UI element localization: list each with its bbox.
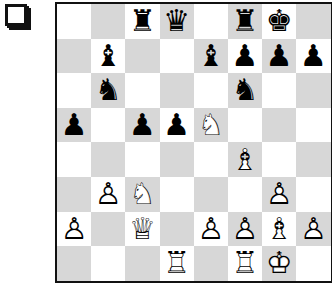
square-e6[interactable] (194, 73, 228, 108)
square-b1[interactable] (91, 246, 125, 281)
square-e7[interactable]: ♝ (194, 39, 228, 74)
piece-black-rook: ♜ (125, 4, 159, 39)
square-f5[interactable] (228, 108, 262, 143)
square-g5[interactable] (262, 108, 296, 143)
square-d7[interactable] (160, 39, 194, 74)
piece-black-pawn: ♟ (296, 39, 330, 74)
square-f3[interactable] (228, 177, 262, 212)
square-d2[interactable] (160, 212, 194, 247)
square-c5[interactable]: ♟ (125, 108, 159, 143)
square-f6[interactable]: ♞ (228, 73, 262, 108)
piece-black-rook: ♜ (228, 4, 262, 39)
square-e3[interactable] (194, 177, 228, 212)
square-b4[interactable] (91, 142, 125, 177)
square-a6[interactable] (57, 73, 91, 108)
square-g8[interactable]: ♚ (262, 4, 296, 39)
piece-black-pawn: ♟ (125, 108, 159, 143)
piece-black-bishop: ♝ (91, 39, 125, 74)
piece-white-bishop: ♝♗ (262, 212, 296, 247)
square-h4[interactable] (296, 142, 330, 177)
square-c4[interactable] (125, 142, 159, 177)
square-h6[interactable] (296, 73, 330, 108)
piece-white-pawn: ♟♙ (194, 212, 228, 247)
square-b8[interactable] (91, 4, 125, 39)
square-b5[interactable] (91, 108, 125, 143)
square-b6[interactable]: ♞ (91, 73, 125, 108)
square-g6[interactable] (262, 73, 296, 108)
piece-black-queen: ♛ (160, 4, 194, 39)
piece-white-pawn: ♟♙ (57, 212, 91, 247)
chess-board: ♜♛♜♚♝♝♟♟♟♞♞♟♟♟♞♘♝♗♟♙♞♘♟♙♟♙♛♕♟♙♟♙♝♗♟♙♜♖♜♖… (55, 2, 332, 283)
square-d6[interactable] (160, 73, 194, 108)
square-a4[interactable] (57, 142, 91, 177)
square-g1[interactable]: ♚♔ (262, 246, 296, 281)
square-g4[interactable] (262, 142, 296, 177)
square-c6[interactable] (125, 73, 159, 108)
square-a8[interactable] (57, 4, 91, 39)
square-f4[interactable]: ♝♗ (228, 142, 262, 177)
square-c2[interactable]: ♛♕ (125, 212, 159, 247)
square-c1[interactable] (125, 246, 159, 281)
square-h8[interactable] (296, 4, 330, 39)
square-a2[interactable]: ♟♙ (57, 212, 91, 247)
square-h7[interactable]: ♟ (296, 39, 330, 74)
square-c8[interactable]: ♜ (125, 4, 159, 39)
square-e2[interactable]: ♟♙ (194, 212, 228, 247)
piece-white-rook: ♜♖ (160, 246, 194, 281)
piece-white-rook: ♜♖ (228, 246, 262, 281)
square-f1[interactable]: ♜♖ (228, 246, 262, 281)
square-c3[interactable]: ♞♘ (125, 177, 159, 212)
square-g3[interactable]: ♟♙ (262, 177, 296, 212)
square-b2[interactable] (91, 212, 125, 247)
square-d8[interactable]: ♛ (160, 4, 194, 39)
piece-black-pawn: ♟ (228, 39, 262, 74)
square-c7[interactable] (125, 39, 159, 74)
square-f7[interactable]: ♟ (228, 39, 262, 74)
square-h2[interactable]: ♟♙ (296, 212, 330, 247)
square-h5[interactable] (296, 108, 330, 143)
square-a7[interactable] (57, 39, 91, 74)
square-h1[interactable] (296, 246, 330, 281)
square-e8[interactable] (194, 4, 228, 39)
square-d1[interactable]: ♜♖ (160, 246, 194, 281)
piece-white-knight: ♞♘ (194, 108, 228, 143)
square-d4[interactable] (160, 142, 194, 177)
square-e4[interactable] (194, 142, 228, 177)
square-g2[interactable]: ♝♗ (262, 212, 296, 247)
square-f2[interactable]: ♟♙ (228, 212, 262, 247)
square-f8[interactable]: ♜ (228, 4, 262, 39)
piece-white-pawn: ♟♙ (228, 212, 262, 247)
square-a1[interactable] (57, 246, 91, 281)
piece-black-bishop: ♝ (194, 39, 228, 74)
page-stack-icon (5, 4, 27, 26)
square-e1[interactable] (194, 246, 228, 281)
piece-white-knight: ♞♘ (125, 177, 159, 212)
square-h3[interactable] (296, 177, 330, 212)
square-g7[interactable]: ♟ (262, 39, 296, 74)
piece-black-pawn: ♟ (262, 39, 296, 74)
square-a5[interactable]: ♟ (57, 108, 91, 143)
piece-white-pawn: ♟♙ (262, 177, 296, 212)
piece-white-pawn: ♟♙ (91, 177, 125, 212)
square-d3[interactable] (160, 177, 194, 212)
piece-white-queen: ♛♕ (125, 212, 159, 247)
piece-white-king: ♚♔ (262, 246, 296, 281)
piece-black-pawn: ♟ (57, 108, 91, 143)
piece-black-knight: ♞ (91, 73, 125, 108)
square-a3[interactable] (57, 177, 91, 212)
piece-white-bishop: ♝♗ (228, 142, 262, 177)
square-b7[interactable]: ♝ (91, 39, 125, 74)
square-b3[interactable]: ♟♙ (91, 177, 125, 212)
piece-black-king: ♚ (262, 4, 296, 39)
square-d5[interactable]: ♟ (160, 108, 194, 143)
square-e5[interactable]: ♞♘ (194, 108, 228, 143)
piece-black-pawn: ♟ (160, 108, 194, 143)
piece-white-pawn: ♟♙ (296, 212, 330, 247)
piece-black-knight: ♞ (228, 73, 262, 108)
